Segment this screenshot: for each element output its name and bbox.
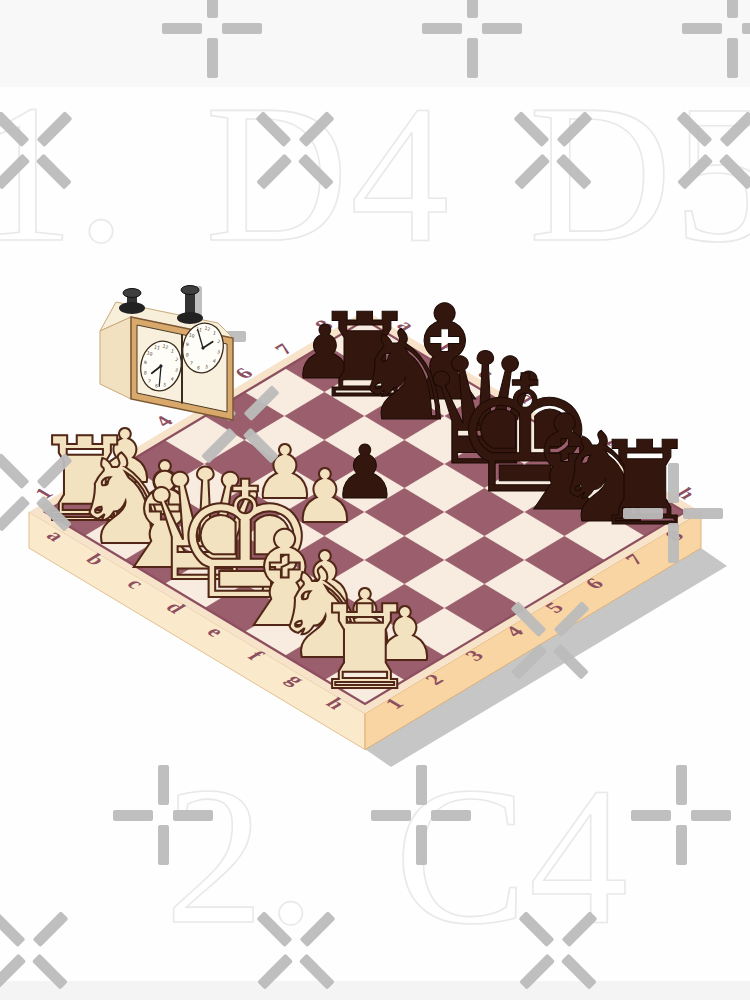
- chess-clock: 121234567891011 121234567891011: [92, 262, 252, 432]
- file-label-f-top: f: [593, 437, 620, 453]
- clock-left-face: [100, 317, 131, 399]
- file-label-c-top: c: [472, 365, 501, 382]
- chess-board: aabbccddeeffgghh1122334455667788: [0, 0, 750, 1000]
- file-label-e-top: e: [552, 413, 581, 430]
- clock-button-right[interactable]: [177, 286, 203, 325]
- clock-button-left[interactable]: [119, 289, 145, 315]
- scene: 1. D4 D5 2. C4 aabbccddeeffgghh112233445…: [0, 0, 750, 1000]
